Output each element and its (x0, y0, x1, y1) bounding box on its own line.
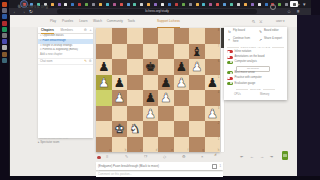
tab-list-button[interactable]: ▾ (303, 0, 306, 8)
square-e8[interactable] (158, 28, 174, 44)
nav-item-puzzles[interactable]: Puzzles (62, 15, 73, 27)
square-b2[interactable]: ♚ (112, 121, 128, 137)
square-d6[interactable]: ♚ (143, 59, 159, 75)
os-dock (0, 0, 9, 180)
browser-tab[interactable] (92, 3, 95, 6)
menu-section-engine: ENGINE (224, 88, 287, 90)
square-h4[interactable]: 4 (205, 90, 221, 106)
square-f6[interactable]: ♟ (174, 59, 190, 75)
square-g4[interactable] (189, 90, 205, 106)
first-move-icon[interactable]: ↞ (240, 154, 243, 160)
gear-icon[interactable]: ⚙ (84, 28, 87, 32)
nav-item-play[interactable]: Play (50, 15, 56, 27)
browser-tab[interactable] (64, 3, 67, 6)
piece-white-pawn-f5[interactable]: ♟ (174, 75, 190, 91)
square-d4[interactable]: ♟ (143, 90, 159, 106)
dock-app-icon[interactable] (2, 14, 7, 19)
piece-white-pawn-b4[interactable]: ♟ (112, 90, 128, 106)
square-c3[interactable] (127, 106, 143, 122)
toggle-switch[interactable] (227, 82, 233, 85)
comment-input-placeholder: Comment on this position... (96, 172, 223, 178)
engine-option-cpus[interactable]: CPUs (234, 93, 241, 96)
square-e1[interactable]: e (158, 137, 174, 153)
square-e6[interactable] (158, 59, 174, 75)
comment-icon[interactable]: ✎ (125, 154, 128, 160)
comment-text: (Endgame) Pawn breakthrough (Black to mo… (98, 162, 159, 170)
browser-tab[interactable] (161, 3, 164, 6)
browser-tab[interactable] (120, 3, 123, 6)
square-d8[interactable] (143, 28, 159, 44)
dock-app-icon[interactable] (2, 33, 7, 38)
square-e5[interactable]: ♟ (158, 75, 174, 91)
nav-item-watch[interactable]: Watch (93, 15, 102, 27)
spectator-room-toggle[interactable]: ▸ Spectator room (38, 140, 59, 144)
browser-tab[interactable] (230, 3, 233, 6)
square-a8[interactable] (96, 28, 112, 44)
square-d7[interactable] (143, 44, 159, 60)
browser-tab[interactable] (209, 3, 212, 6)
browser-tab[interactable] (196, 3, 199, 6)
square-b5[interactable]: ♟ (112, 75, 128, 91)
toggle-row-best-move-arrow[interactable]: Best move arrow (227, 71, 285, 75)
toggle-switch[interactable] (227, 77, 233, 80)
dock-app-icon[interactable] (2, 21, 7, 26)
square-e2[interactable] (158, 121, 174, 137)
board-editor-icon: ✎ (259, 30, 262, 34)
browser-tab[interactable] (58, 3, 61, 6)
square-g5[interactable] (189, 75, 205, 91)
piece-white-king-b2[interactable]: ♚ (112, 121, 128, 137)
square-g1[interactable]: g (189, 137, 205, 153)
toggle-switch[interactable] (227, 50, 233, 53)
coord-file-b: b (125, 148, 127, 152)
menu-action-flip-board[interactable]: ↻Flip board (226, 29, 256, 36)
square-f4[interactable] (174, 90, 190, 106)
nav-item-learn[interactable]: Learn (79, 15, 87, 27)
square-c8[interactable] (127, 28, 143, 44)
square-f5[interactable]: ♟ (174, 75, 190, 91)
coord-rank-1: 1 (218, 137, 220, 141)
browser-tab[interactable] (99, 3, 102, 6)
study-side-panel: ChaptersMembers+⚙ 1Opposition basics2Paw… (38, 27, 93, 138)
square-e3[interactable] (158, 106, 174, 122)
browser-toolbar: ← → ↻ lichess.org/study ☆ ≡ (9, 8, 311, 15)
glyphs-icon[interactable]: !? (144, 154, 147, 160)
square-g3[interactable] (189, 106, 205, 122)
record-sync-button[interactable] (282, 151, 289, 160)
toggle-switch[interactable] (227, 56, 233, 59)
piece-black-pawn-f6[interactable]: ♟ (174, 59, 190, 75)
nav-support-link[interactable]: Support Lichess (157, 15, 180, 28)
nav-item-community[interactable]: Community (107, 15, 123, 27)
study-tabs: ChaptersMembers+⚙ (38, 27, 93, 34)
study-tab-members[interactable]: Members (61, 27, 74, 33)
piece-black-king-d6[interactable]: ♚ (143, 59, 159, 75)
comment-bar: (Endgame) Pawn breakthrough (Black to mo… (96, 162, 223, 170)
piece-black-pawn-b5[interactable]: ♟ (112, 75, 128, 91)
study-tab-chapters[interactable]: Chapters (41, 27, 54, 34)
reload-button[interactable]: ↻ (29, 8, 33, 15)
browser-tab[interactable] (258, 3, 261, 6)
square-a2[interactable] (96, 121, 112, 137)
browser-tab[interactable] (168, 3, 171, 6)
share-icon: ↗ (259, 38, 262, 42)
dock-app-icon[interactable] (2, 2, 7, 7)
piece-black-pawn-e5[interactable]: ♟ (158, 75, 174, 91)
comment-input[interactable]: Comment on this position... (96, 171, 223, 178)
comment-bubble-icon[interactable] (212, 164, 217, 169)
browser-tab[interactable] (51, 3, 54, 6)
coord-rank-2: 2 (218, 121, 220, 125)
desktop-strip (297, 15, 320, 180)
menu-action-share-export[interactable]: ↗Share & export (257, 37, 287, 44)
new-tab-button[interactable]: + (297, 0, 300, 8)
challenge-icon[interactable]: ⚔ (259, 19, 263, 24)
board-resize-icon[interactable]: ◢ (214, 152, 216, 156)
square-c1[interactable]: c (127, 137, 143, 153)
toggle-row-annotations-on-the-board[interactable]: Annotations on the board (227, 55, 285, 59)
square-a7[interactable] (96, 44, 112, 60)
square-h1[interactable]: h1 (205, 137, 221, 153)
browser-tab[interactable] (154, 3, 157, 6)
browser-tab[interactable] (78, 3, 81, 6)
square-h6[interactable]: 6 (205, 59, 221, 75)
browser-tab[interactable] (140, 3, 143, 6)
engine-option-memory[interactable]: Memory (260, 93, 269, 96)
square-b7[interactable] (112, 44, 128, 60)
square-c2[interactable]: ♞ (127, 121, 143, 137)
piece-white-knight-c2[interactable]: ♞ (127, 121, 143, 137)
square-b6[interactable] (112, 59, 128, 75)
browser-tab[interactable] (202, 3, 205, 6)
chat-title: Chat room (40, 59, 53, 64)
piece-black-pawn-d4[interactable]: ♟ (143, 90, 159, 106)
browser-menu-icon[interactable]: ≡ (297, 8, 300, 15)
dock-app-icon[interactable] (2, 39, 7, 44)
square-g7[interactable]: ♝ (189, 44, 205, 60)
square-f8[interactable] (174, 28, 190, 44)
square-f1[interactable]: f (174, 137, 190, 153)
knight-logo-icon: ♞ (17, 3, 21, 9)
comment-count: 1 (219, 162, 221, 170)
last-move-icon[interactable]: ↠ (270, 154, 273, 160)
coord-rank-7: 7 (218, 44, 220, 48)
square-a6[interactable]: ♟ (96, 59, 112, 75)
browser-tab[interactable] (244, 3, 247, 6)
dock-app-icon[interactable] (2, 45, 7, 50)
square-e4[interactable]: ♟ (158, 90, 174, 106)
square-b4[interactable]: ♟ (112, 90, 128, 106)
toggle-switch[interactable] (227, 71, 233, 74)
coord-file-h: h (218, 148, 220, 152)
forward-button[interactable]: → (21, 8, 26, 15)
coord-file-e: e (171, 148, 173, 152)
coord-rank-8: 8 (218, 28, 220, 32)
square-d5[interactable] (143, 75, 159, 91)
square-g2[interactable] (189, 121, 205, 137)
square-c6[interactable] (127, 59, 143, 75)
shapes-icon[interactable]: ◇ (163, 154, 166, 160)
engine-status-icon[interactable] (97, 156, 101, 160)
bookmark-icon[interactable]: ☆ (287, 8, 291, 15)
chapter-list: 1Opposition basics2Pawn breakthrough3Kni… (38, 34, 93, 53)
toggle-row-evaluation-gauge[interactable]: Evaluation gauge (227, 82, 285, 86)
url-text: lichess.org/study (57, 9, 257, 14)
square-b3[interactable] (112, 106, 128, 122)
browser-tab[interactable] (189, 3, 192, 6)
browser-tab[interactable] (127, 3, 130, 6)
coord-file-c: c (140, 148, 141, 152)
coord-rank-6: 6 (218, 59, 220, 63)
browser-tab[interactable] (285, 3, 288, 6)
dock-app-icon[interactable] (2, 27, 7, 32)
chat-messages[interactable] (38, 65, 93, 137)
square-g8[interactable] (189, 28, 205, 44)
square-h7[interactable]: 7 (205, 44, 221, 60)
coord-file-d: d (156, 148, 158, 152)
toggle-switch[interactable] (227, 61, 233, 64)
browser-tab[interactable] (85, 3, 88, 6)
square-f2[interactable] (174, 121, 190, 137)
browser-tab-bar: +▾ (9, 0, 311, 8)
browser-tab[interactable] (147, 3, 150, 6)
piece-white-pawn-d3[interactable]: ♟ (143, 106, 159, 122)
square-a1[interactable]: a (96, 137, 112, 153)
piece-white-pawn-g6[interactable]: ♟ (189, 59, 205, 75)
coord-rank-3: 3 (218, 106, 220, 110)
square-d3[interactable]: ♟ (143, 106, 159, 122)
lichess-logo[interactable]: ♞ lichess.org (17, 3, 48, 9)
piece-white-pawn-e4[interactable]: ♟ (158, 90, 174, 106)
coord-file-a: a (109, 148, 111, 152)
square-c4[interactable] (127, 90, 143, 106)
chapter-item[interactable]: 4Fortress & zugzwang (Bonus) (38, 48, 93, 53)
chat-header: Chat room ✎ ⚙ (38, 59, 93, 65)
chat-gear-icon[interactable]: ⚙ (89, 59, 92, 63)
menu-action-continue-from-here[interactable]: ×Continue from here (226, 37, 256, 44)
square-b8[interactable] (112, 28, 128, 44)
square-b1[interactable]: b (112, 137, 128, 153)
menu-icon[interactable]: ≡ (106, 154, 108, 160)
piece-black-pawn-a6[interactable]: ♟ (96, 59, 112, 75)
browser-tab[interactable] (223, 3, 226, 6)
flip-board-icon: ↻ (228, 30, 231, 34)
square-a5[interactable]: ♟ (96, 75, 112, 91)
browser-tab[interactable] (278, 3, 281, 6)
square-a3[interactable] (96, 106, 112, 122)
next-move-icon[interactable]: → (260, 154, 264, 160)
square-e7[interactable] (158, 44, 174, 60)
square-h8[interactable]: 8 (205, 28, 221, 44)
square-h5[interactable]: ♟5 (205, 75, 221, 91)
browser-tab[interactable] (182, 3, 185, 6)
nav-item-tools[interactable]: Tools (128, 15, 135, 27)
toggle-row-computer-analysis[interactable]: Computer analysis (227, 60, 285, 64)
continue-icon: × (228, 38, 230, 42)
prev-move-icon[interactable]: ← (250, 154, 254, 160)
plus-icon[interactable]: + (89, 28, 91, 32)
browser-tab[interactable] (251, 3, 254, 6)
browser-tab[interactable] (133, 3, 136, 6)
square-h2[interactable]: 2 (205, 121, 221, 137)
square-c5[interactable] (127, 75, 143, 91)
browser-tab[interactable] (175, 3, 178, 6)
dock-app-icon[interactable] (2, 58, 7, 63)
user-avatar-icon[interactable] (270, 4, 276, 10)
brush-icon[interactable]: ✎ (84, 59, 87, 63)
browser-tab[interactable] (113, 3, 116, 6)
square-g6[interactable]: ♟ (189, 59, 205, 75)
piece-white-pawn-a5[interactable]: ♟ (96, 75, 112, 91)
browser-tab[interactable] (71, 3, 74, 6)
browser-tab[interactable] (106, 3, 109, 6)
dock-app-icon[interactable] (2, 52, 7, 57)
square-d2[interactable] (143, 121, 159, 137)
coord-rank-5: 5 (218, 75, 220, 79)
trash-icon[interactable]: × (201, 154, 203, 160)
chess-board[interactable]: 8♝7♟♚♟♟6♟♟♟♟♟5♟♟♟4♟♟3♚♞2abcdefgh1 (96, 28, 220, 152)
coord-rank-4: 4 (218, 90, 220, 94)
analysis-menu-panel: ↻Flip board✎Board editor×Continue from h… (224, 27, 287, 100)
url-bar[interactable]: lichess.org/study (57, 9, 257, 14)
piece-black-bishop-g7[interactable]: ♝ (189, 44, 205, 60)
menu-section-computer-analysis: COMPUTER ANALYSIS (224, 46, 287, 48)
square-a4[interactable] (96, 90, 112, 106)
square-d1[interactable]: d (143, 137, 159, 153)
back-button[interactable]: ← (13, 8, 18, 15)
square-f7[interactable] (174, 44, 190, 60)
menu-action-board-editor[interactable]: ✎Board editor (257, 29, 287, 36)
square-c7[interactable] (127, 44, 143, 60)
square-f3[interactable] (174, 106, 190, 122)
square-h3[interactable]: ♟3 (205, 106, 221, 122)
dock-app-icon[interactable] (2, 8, 7, 13)
user-menu[interactable]: user ▾ (276, 15, 285, 27)
toggle-row-inline-notation[interactable]: Inline notation (227, 50, 285, 54)
browser-tab[interactable] (237, 3, 240, 6)
coord-file-g: g (202, 148, 204, 152)
gear-icon[interactable]: ⚙ (182, 154, 186, 160)
toggle-row-practise-with-computer[interactable]: Practise with computer (227, 76, 285, 80)
browser-tab[interactable] (216, 3, 219, 6)
browser-tab[interactable] (265, 3, 268, 6)
